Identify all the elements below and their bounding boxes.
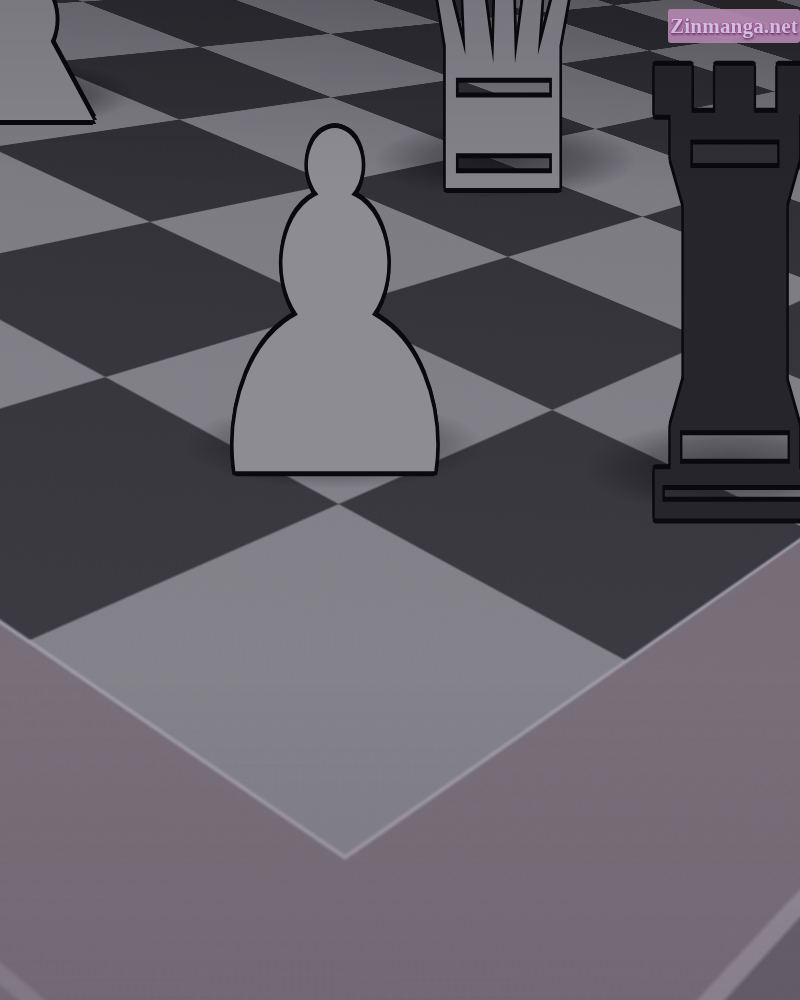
scene: ♝ ♛ ♜ ♟ Zinmanga.net (0, 0, 800, 1000)
white-bishop-partial: ♝ (0, 0, 160, 182)
watermark-text: Zinmanga.net (670, 14, 798, 39)
watermark: Zinmanga.net (668, 9, 800, 43)
black-rook: ♜ (607, 0, 800, 614)
white-pawn: ♟ (183, 74, 486, 544)
